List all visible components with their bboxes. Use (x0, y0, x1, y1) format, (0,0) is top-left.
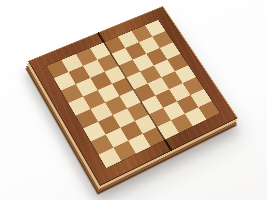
board-frame (28, 6, 238, 186)
photo-stage (0, 0, 267, 200)
chess-board (28, 6, 238, 186)
board-grid (47, 20, 220, 168)
